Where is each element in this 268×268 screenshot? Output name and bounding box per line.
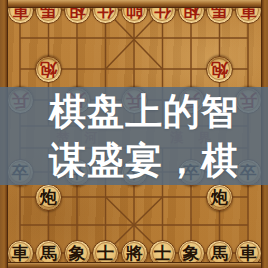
title-line-1: 棋盘上的智: [49, 90, 268, 134]
piece-character: 炮: [211, 61, 228, 78]
title-overlay-band: 棋盘上的智 谋盛宴，棋: [0, 87, 268, 185]
xiangqi-board-screenshot: 楚 河 漢 界 車馬相仕帥仕相馬車炮炮兵兵兵兵兵卒卒卒卒卒炮炮車馬象士將士象馬車…: [0, 0, 268, 268]
board-frame-bottom: [0, 262, 268, 268]
piece-character: 士: [154, 245, 171, 262]
piece-character: 馬: [40, 245, 57, 262]
piece-red-cannon[interactable]: 炮: [35, 56, 62, 83]
piece-character: 炮: [211, 189, 228, 206]
piece-character: 馬: [211, 245, 228, 262]
piece-character: 車: [12, 245, 29, 262]
piece-red-cannon[interactable]: 炮: [206, 56, 233, 83]
piece-black-cannon[interactable]: 炮: [35, 184, 62, 211]
piece-character: 車: [240, 245, 257, 262]
piece-black-cannon[interactable]: 炮: [206, 184, 233, 211]
piece-character: 炮: [40, 61, 57, 78]
piece-character: 士: [97, 245, 114, 262]
piece-character: 象: [69, 245, 86, 262]
board-frame-top: [0, 0, 268, 8]
piece-character: 將: [126, 245, 143, 262]
piece-character: 炮: [40, 189, 57, 206]
piece-character: 象: [183, 245, 200, 262]
title-line-2: 谋盛宴，棋: [49, 139, 268, 183]
